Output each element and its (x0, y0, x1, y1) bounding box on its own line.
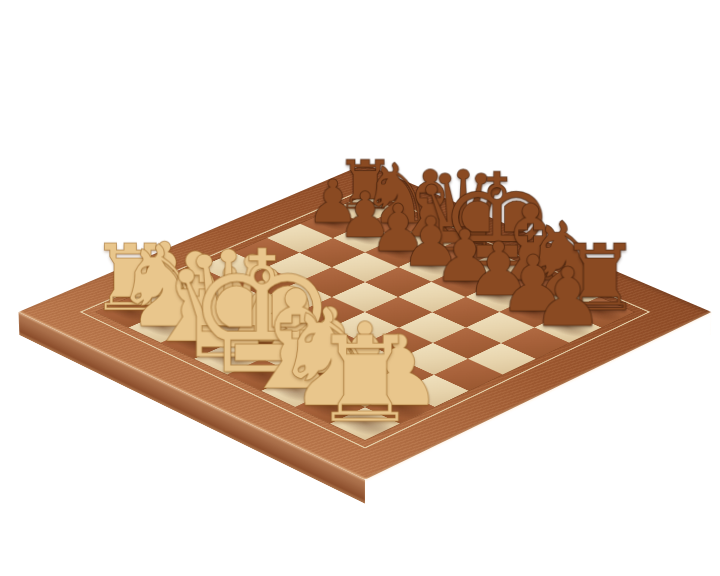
white-rook: ♜ (312, 321, 419, 440)
square-h1: ♜ (330, 407, 400, 440)
chess-board: ♜♞♝♛♚♝♞♜♟♟♟♟♟♟♟♟♟♟♟♟♟♟♟♟♜♞♝♛♚♝♞♜ (19, 164, 712, 480)
black-pawn: ♟ (531, 257, 604, 338)
square-h7: ♟ (534, 312, 602, 343)
product-photo-scene: ♜♞♝♛♚♝♞♜♟♟♟♟♟♟♟♟♟♟♟♟♟♟♟♟♜♞♝♛♚♝♞♜ (0, 0, 720, 576)
